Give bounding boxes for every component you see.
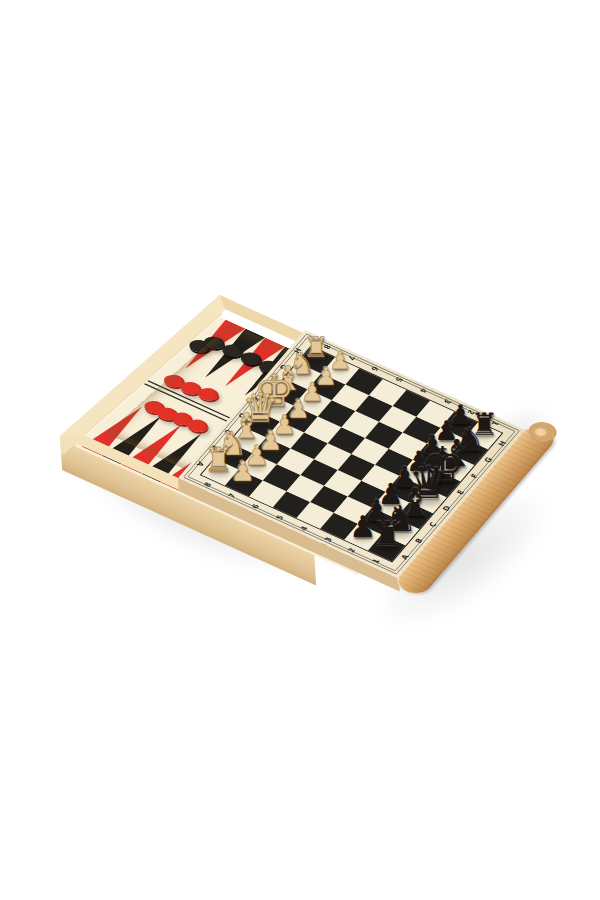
product-photo: Wooden 3-in-1 travel game box: chess boa…: [0, 0, 600, 900]
black-rook-a1[interactable]: ♜: [371, 517, 403, 553]
white-pawn-a7[interactable]: ♟: [230, 459, 255, 487]
white-rook-a8[interactable]: ♜: [204, 443, 234, 476]
